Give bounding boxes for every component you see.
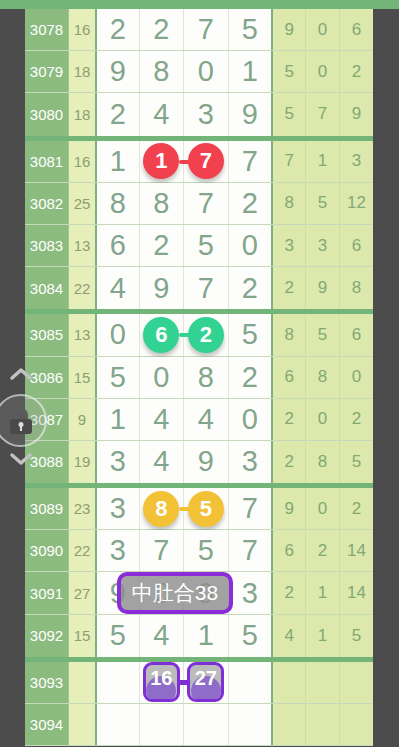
stat-cell: 9 — [273, 488, 306, 529]
digit-cell[interactable]: 3 — [229, 441, 274, 483]
stat-cell: 6 — [273, 530, 306, 571]
sum-value: 13 — [68, 314, 95, 355]
scroll-up-button[interactable] — [7, 366, 35, 381]
draw-row: 30912796932114中肚合38 — [25, 572, 373, 614]
stat-cell: 6 — [340, 9, 373, 50]
stat-cell: 2 — [340, 399, 373, 440]
stat-cell: 6 — [340, 314, 373, 355]
sum-value: 15 — [68, 357, 95, 398]
sum-value — [68, 662, 95, 703]
digit-cell[interactable]: 2 — [140, 225, 185, 266]
digit-cell[interactable]: 7 — [184, 267, 229, 309]
stat-cell: 14 — [340, 530, 373, 571]
stat-cell: 5 — [273, 93, 306, 135]
digit-cell[interactable]: 5 — [184, 225, 229, 266]
stat-cell: 12 — [340, 183, 373, 224]
draw-number: 3082 — [25, 183, 68, 224]
digit-cell[interactable]: 7 — [229, 141, 274, 182]
digit-cell[interactable]: 4 — [140, 93, 185, 135]
digit-cell[interactable]: 1 — [140, 141, 185, 182]
digit-cell[interactable]: 7 — [184, 9, 229, 50]
stat-cell — [273, 662, 306, 703]
digit-cell[interactable]: 2 — [140, 9, 185, 50]
sum-value: 16 — [68, 9, 95, 50]
digit-cell[interactable] — [95, 704, 140, 745]
stat-cell — [306, 704, 339, 745]
digit-cell[interactable]: 1 — [229, 51, 274, 92]
draw-row: 3078162275906 — [25, 9, 373, 51]
sum-value: 27 — [68, 572, 95, 613]
stat-cell: 0 — [306, 399, 339, 440]
pair-connector — [179, 507, 190, 511]
digit-cell[interactable]: 2 — [229, 183, 274, 224]
stat-cell: 3 — [273, 225, 306, 266]
highlight-ball[interactable]: 1 — [143, 143, 179, 179]
stat-cell: 0 — [306, 488, 339, 529]
draw-number: 3085 — [25, 314, 68, 355]
digit-cell[interactable]: 9 — [184, 441, 229, 483]
stat-cell: 5 — [273, 51, 306, 92]
digit-cell[interactable] — [140, 704, 185, 745]
digit-cell[interactable]: 2 — [229, 357, 274, 398]
digit-cell[interactable]: 5 — [229, 9, 274, 50]
stat-cell: 2 — [340, 488, 373, 529]
digit-cell[interactable]: 7 — [184, 183, 229, 224]
digit-cell[interactable]: 7 — [140, 530, 185, 571]
digit-cell[interactable]: 5 — [95, 357, 140, 398]
digit-cell[interactable]: 4 — [140, 399, 185, 440]
digit-cell[interactable]: 0 — [184, 51, 229, 92]
sum-value: 16 — [68, 141, 95, 182]
stat-cell — [340, 704, 373, 745]
sum-value: 15 — [68, 615, 95, 657]
scroll-down-button[interactable] — [7, 452, 35, 467]
digit-cell[interactable]: 5 — [95, 615, 140, 657]
stat-cell: 2 — [273, 441, 306, 483]
stat-cell: 9 — [306, 267, 339, 309]
digit-cell[interactable]: 4 — [184, 399, 229, 440]
draw-number: 3079 — [25, 51, 68, 92]
pair-connector — [179, 160, 190, 164]
draw-number: 3078 — [25, 9, 68, 50]
draw-row: 3085130625856 — [25, 314, 373, 356]
stat-cell: 0 — [340, 357, 373, 398]
chip-value: 27 — [190, 667, 221, 690]
stat-cell: 5 — [340, 441, 373, 483]
stat-cell: 8 — [273, 314, 306, 355]
digit-cell[interactable]: 6 — [140, 314, 185, 355]
digit-cell[interactable]: 8 — [140, 51, 185, 92]
stat-cell — [306, 662, 339, 703]
sum-value: 18 — [68, 51, 95, 92]
highlight-ball[interactable]: 8 — [143, 491, 179, 527]
stat-cell: 1 — [306, 572, 339, 613]
lock-icon — [10, 408, 32, 434]
digit-cell[interactable]: 8 — [140, 488, 185, 529]
draw-row: 3086155082680 — [25, 357, 373, 399]
tooltip-label: 中肚合38 — [117, 572, 233, 614]
highlight-ball[interactable]: 2 — [188, 317, 224, 353]
draw-row: 3092155415415 — [25, 615, 373, 657]
stat-cell: 14 — [340, 572, 373, 613]
sum-value: 18 — [68, 93, 95, 135]
digit-cell[interactable]: 0 — [229, 225, 274, 266]
digit-cell[interactable]: 2 — [95, 93, 140, 135]
draw-row: 30902237576214 — [25, 530, 373, 572]
highlight-ball[interactable]: 6 — [143, 317, 179, 353]
highlight-ball[interactable]: 5 — [188, 491, 224, 527]
draw-number: 3080 — [25, 93, 68, 135]
draw-row: 3083136250336 — [25, 225, 373, 267]
sum-value: 13 — [68, 225, 95, 266]
sum-value: 22 — [68, 267, 95, 309]
stat-cell: 8 — [273, 183, 306, 224]
digit-cell[interactable]: 4 — [95, 267, 140, 309]
draw-row: 3081161177713 — [25, 141, 373, 183]
digit-cell[interactable]: 7 — [229, 488, 274, 529]
trend-table: 3078162275906307918980150230801824395793… — [25, 9, 373, 747]
sum-value — [68, 704, 95, 745]
digit-cell[interactable]: 6 — [95, 225, 140, 266]
draw-number: 3094 — [25, 704, 68, 745]
stat-cell — [340, 662, 373, 703]
chart-content: 3078162275906307918980150230801824395793… — [0, 9, 399, 747]
digit-cell[interactable]: 9 — [140, 267, 185, 309]
digit-cell[interactable] — [184, 704, 229, 745]
draw-number: 3084 — [25, 267, 68, 309]
sum-value: 9 — [68, 399, 95, 440]
digit-cell[interactable]: 5 — [184, 530, 229, 571]
draw-row: 3079189801502 — [25, 51, 373, 93]
stat-cell: 3 — [306, 225, 339, 266]
digit-cell[interactable]: 4 — [140, 615, 185, 657]
sum-value: 23 — [68, 488, 95, 529]
stat-cell: 2 — [273, 399, 306, 440]
stat-cell: 8 — [306, 441, 339, 483]
draw-row: 30931627 — [25, 662, 373, 704]
digit-cell[interactable]: 2 — [229, 267, 274, 309]
sum-value: 25 — [68, 183, 95, 224]
digit-cell[interactable]: 1 — [95, 399, 140, 440]
digit-cell[interactable]: 0 — [229, 399, 274, 440]
digit-cell[interactable]: 27 — [184, 662, 229, 703]
stat-cell: 7 — [273, 141, 306, 182]
draw-row: 3094 — [25, 704, 373, 746]
sum-value: 19 — [68, 441, 95, 483]
draw-number: 3091 — [25, 572, 68, 613]
digit-cell[interactable]: 2 — [184, 314, 229, 355]
digit-cell[interactable]: 5 — [229, 314, 274, 355]
digit-cell[interactable]: 3 — [184, 93, 229, 135]
digit-cell[interactable]: 16 — [140, 662, 185, 703]
stat-cell: 3 — [340, 141, 373, 182]
digit-cell[interactable]: 3 — [95, 441, 140, 483]
stat-cell: 1 — [306, 615, 339, 657]
digit-cell[interactable]: 8 — [95, 183, 140, 224]
stat-cell: 8 — [306, 357, 339, 398]
stat-cell: 4 — [273, 615, 306, 657]
digit-cell[interactable]: 3 — [229, 572, 274, 613]
digit-cell[interactable] — [229, 704, 274, 745]
digit-cell[interactable]: 2 — [95, 9, 140, 50]
draw-row: 3089233857902 — [25, 488, 373, 530]
digit-cell[interactable]: 5 — [229, 615, 274, 657]
digit-cell[interactable]: 7 — [184, 141, 229, 182]
stat-cell: 2 — [273, 267, 306, 309]
draw-number: 3081 — [25, 141, 68, 182]
draw-row: 3088193493285 — [25, 441, 373, 483]
stat-cell: 0 — [306, 51, 339, 92]
digit-cell[interactable]: 9 — [95, 51, 140, 92]
digit-cell[interactable] — [95, 662, 140, 703]
stat-cell: 2 — [273, 572, 306, 613]
stat-cell: 1 — [306, 141, 339, 182]
digit-cell[interactable]: 1 — [184, 615, 229, 657]
stat-cell — [273, 704, 306, 745]
draw-number: 3092 — [25, 615, 68, 657]
stat-cell: 5 — [306, 183, 339, 224]
digit-cell[interactable]: 4 — [140, 441, 185, 483]
stat-cell: 0 — [306, 9, 339, 50]
lottery-trend-screen: 3078162275906307918980150230801824395793… — [0, 0, 399, 747]
digit-cell[interactable] — [229, 662, 274, 703]
right-letterbox — [373, 9, 399, 747]
draw-row: 30822588728512 — [25, 183, 373, 225]
digit-cell[interactable]: 3 — [95, 530, 140, 571]
draw-number: 3093 — [25, 662, 68, 703]
pair-connector — [179, 333, 190, 337]
stat-cell: 2 — [340, 51, 373, 92]
draw-row: 308791440202 — [25, 399, 373, 441]
stat-cell: 7 — [306, 93, 339, 135]
digit-cell[interactable]: 9 — [229, 93, 274, 135]
draw-row: 3080182439579 — [25, 93, 373, 135]
stat-cell: 6 — [340, 225, 373, 266]
digit-cell[interactable]: 8 — [184, 357, 229, 398]
digit-cell[interactable]: 8 — [140, 183, 185, 224]
draw-number: 3083 — [25, 225, 68, 266]
stat-cell: 9 — [273, 9, 306, 50]
stat-cell: 5 — [340, 615, 373, 657]
group-separator-top — [0, 0, 399, 9]
stat-cell: 2 — [306, 530, 339, 571]
selection-chip[interactable]: 27 — [187, 662, 224, 702]
stat-cell: 9 — [340, 93, 373, 135]
highlight-ball[interactable]: 7 — [188, 143, 224, 179]
digit-cell[interactable]: 3 — [95, 488, 140, 529]
stat-cell: 8 — [340, 267, 373, 309]
stat-cell: 5 — [306, 314, 339, 355]
selection-chip[interactable]: 16 — [143, 662, 180, 702]
chip-value: 16 — [146, 667, 177, 690]
digit-cell[interactable]: 0 — [95, 314, 140, 355]
sum-value: 22 — [68, 530, 95, 571]
digit-cell[interactable]: 7 — [229, 530, 274, 571]
digit-cell[interactable]: 0 — [140, 357, 185, 398]
digit-cell[interactable]: 1 — [95, 141, 140, 182]
digit-cell[interactable]: 5 — [184, 488, 229, 529]
draw-number: 3090 — [25, 530, 68, 571]
draw-number: 3089 — [25, 488, 68, 529]
stat-cell: 6 — [273, 357, 306, 398]
draw-row: 3084224972298 — [25, 267, 373, 309]
